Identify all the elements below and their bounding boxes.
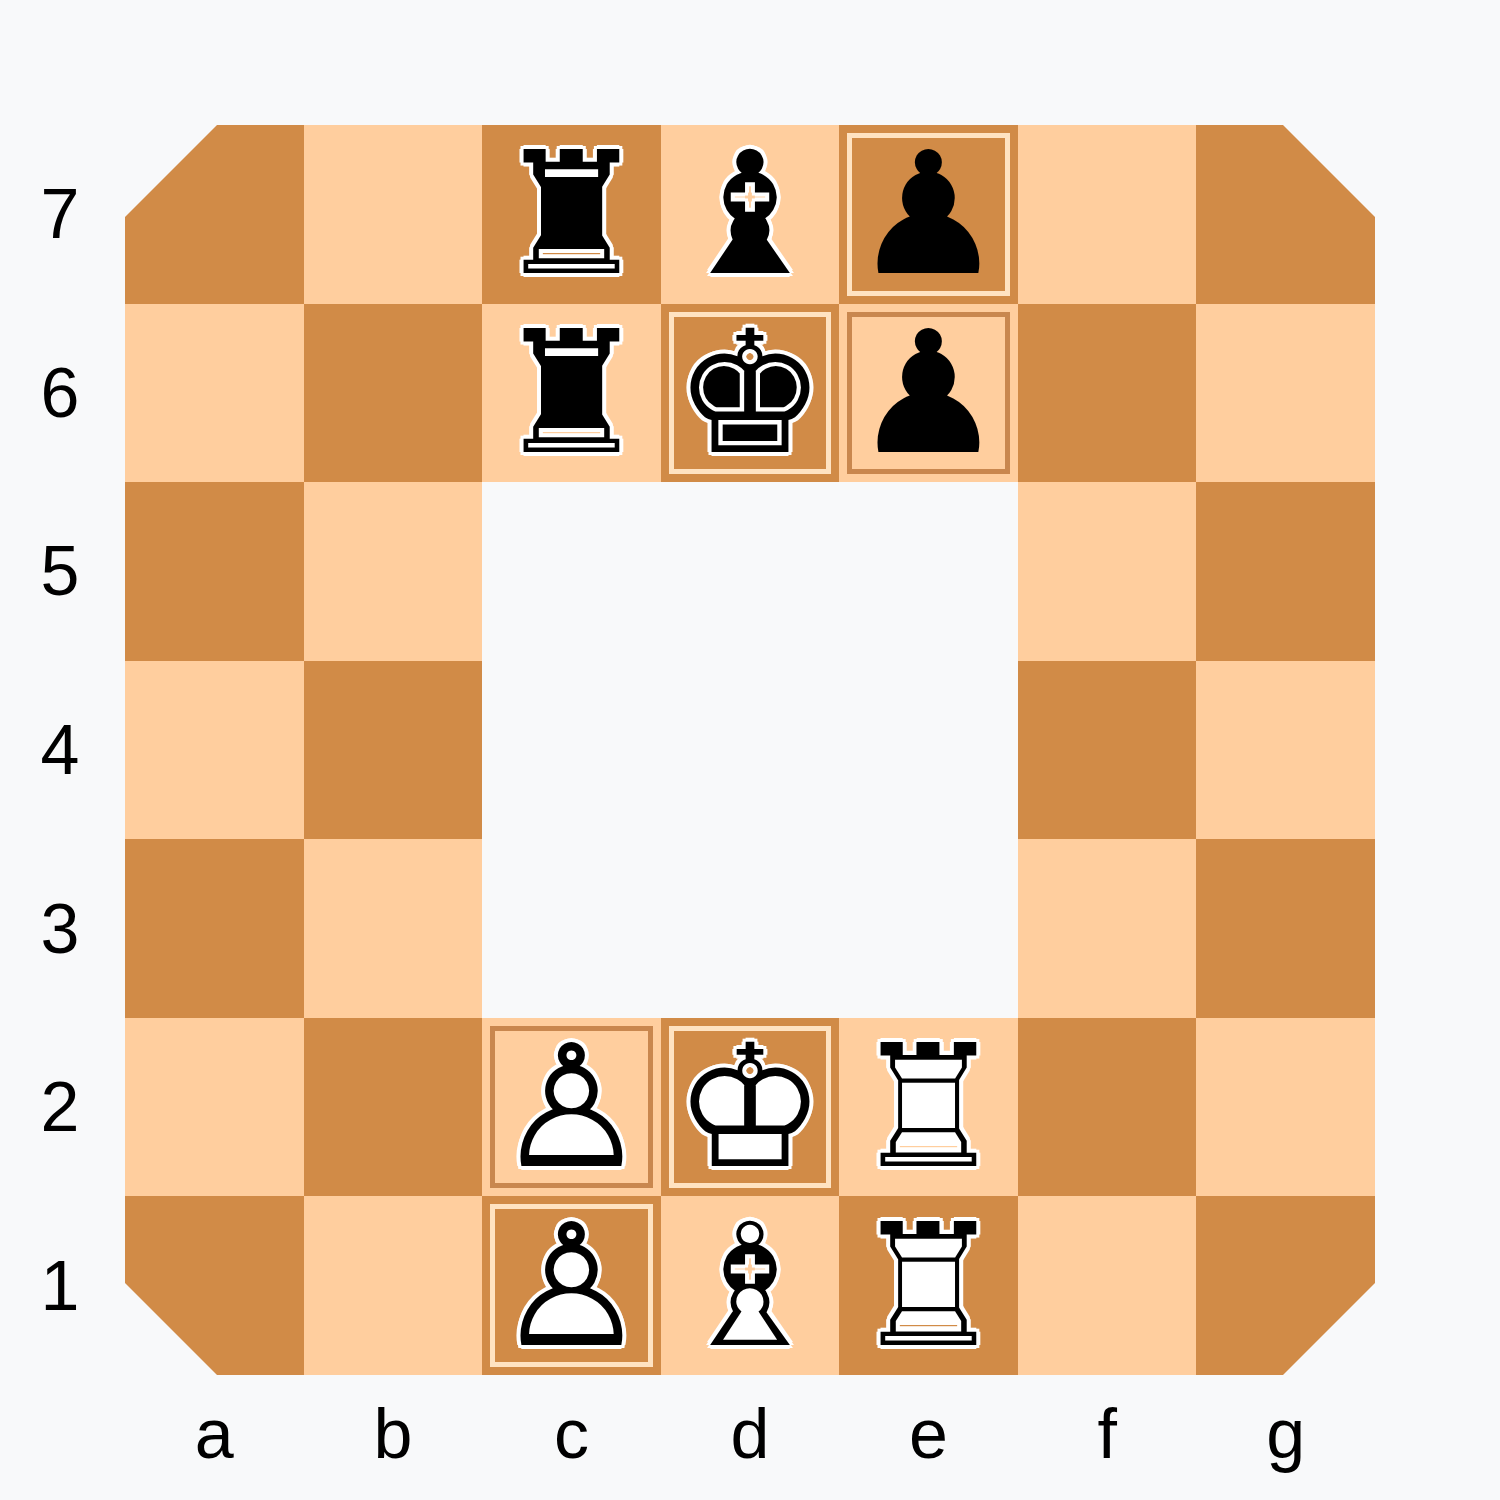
square-c6: ♜♜	[482, 304, 661, 483]
square-b7	[304, 125, 483, 304]
square-b5	[304, 482, 483, 661]
black-rook-piece: ♜♜	[482, 304, 661, 483]
square-c5	[482, 482, 661, 661]
white-king-piece: ♚♔	[661, 1018, 840, 1197]
white-bishop-piece: ♝♗	[661, 1196, 840, 1375]
piece-glyph: ♝	[661, 125, 840, 304]
square-a2	[125, 1018, 304, 1197]
piece-glyph: ♚	[661, 304, 840, 483]
square-a6	[125, 304, 304, 483]
white-rook-piece: ♜♖	[839, 1018, 1018, 1197]
square-b6	[304, 304, 483, 483]
square-f3	[1018, 839, 1197, 1018]
square-a4	[125, 661, 304, 840]
black-rook-piece: ♜♜	[482, 125, 661, 304]
white-pawn-piece: ♟♙	[482, 1018, 661, 1197]
square-b3	[304, 839, 483, 1018]
file-label-f: f	[1018, 1388, 1197, 1480]
square-d1: ♝♗	[661, 1196, 840, 1375]
square-b2	[304, 1018, 483, 1197]
piece-glyph: ♙	[482, 1196, 661, 1375]
black-pawn-piece: ♟	[839, 304, 1018, 483]
piece-glyph: ♜	[482, 125, 661, 304]
square-d4	[661, 661, 840, 840]
file-label-c: c	[482, 1388, 661, 1480]
rank-label-6: 6	[12, 304, 108, 483]
square-e2: ♜♖	[839, 1018, 1018, 1197]
square-d7: ♝♝	[661, 125, 840, 304]
square-e1: ♜♖	[839, 1196, 1018, 1375]
white-rook-piece: ♜♖	[839, 1196, 1018, 1375]
square-c1: ♟♙	[482, 1196, 661, 1375]
black-king-piece: ♚♚	[661, 304, 840, 483]
piece-glyph: ♗	[661, 1196, 840, 1375]
square-e5	[839, 482, 1018, 661]
square-f5	[1018, 482, 1197, 661]
square-e6: ♟	[839, 304, 1018, 483]
file-label-b: b	[304, 1388, 483, 1480]
square-f6	[1018, 304, 1197, 483]
square-d6: ♚♚	[661, 304, 840, 483]
square-c7: ♜♜	[482, 125, 661, 304]
white-pawn-piece: ♟♙	[482, 1196, 661, 1375]
rank-label-1: 1	[12, 1196, 108, 1375]
square-g6	[1196, 304, 1375, 483]
square-b4	[304, 661, 483, 840]
file-label-a: a	[125, 1388, 304, 1480]
square-a7	[125, 125, 304, 304]
square-c4	[482, 661, 661, 840]
square-g7	[1196, 125, 1375, 304]
square-a3	[125, 839, 304, 1018]
file-label-d: d	[661, 1388, 840, 1480]
file-label-g: g	[1196, 1388, 1375, 1480]
square-c2: ♟♙	[482, 1018, 661, 1197]
rank-label-2: 2	[12, 1018, 108, 1197]
square-b1	[304, 1196, 483, 1375]
square-g2	[1196, 1018, 1375, 1197]
square-c3	[482, 839, 661, 1018]
piece-glyph: ♟	[839, 125, 1018, 304]
piece-glyph: ♖	[839, 1018, 1018, 1197]
square-a5	[125, 482, 304, 661]
square-f2	[1018, 1018, 1197, 1197]
piece-glyph: ♙	[482, 1018, 661, 1197]
piece-glyph: ♟	[839, 304, 1018, 483]
square-f4	[1018, 661, 1197, 840]
piece-glyph: ♔	[661, 1018, 840, 1197]
square-e7: ♟	[839, 125, 1018, 304]
rank-label-5: 5	[12, 482, 108, 661]
square-f1	[1018, 1196, 1197, 1375]
file-label-e: e	[839, 1388, 1018, 1480]
square-d5	[661, 482, 840, 661]
square-a1	[125, 1196, 304, 1375]
black-bishop-piece: ♝♝	[661, 125, 840, 304]
square-e4	[839, 661, 1018, 840]
square-g5	[1196, 482, 1375, 661]
piece-glyph: ♜	[482, 304, 661, 483]
square-g4	[1196, 661, 1375, 840]
square-e3	[839, 839, 1018, 1018]
square-f7	[1018, 125, 1197, 304]
square-d3	[661, 839, 840, 1018]
square-d2: ♚♔	[661, 1018, 840, 1197]
rank-label-4: 4	[12, 661, 108, 840]
piece-glyph: ♖	[839, 1196, 1018, 1375]
chess-diagram: ♜♜♝♝♟♜♜♚♚♟♟♙♚♔♜♖♟♙♝♗♜♖ 7654321 abcdefg	[0, 0, 1500, 1500]
rank-label-3: 3	[12, 839, 108, 1018]
black-pawn-piece: ♟	[839, 125, 1018, 304]
rank-label-7: 7	[12, 125, 108, 304]
square-g3	[1196, 839, 1375, 1018]
square-g1	[1196, 1196, 1375, 1375]
chess-board: ♜♜♝♝♟♜♜♚♚♟♟♙♚♔♜♖♟♙♝♗♜♖	[125, 125, 1375, 1375]
